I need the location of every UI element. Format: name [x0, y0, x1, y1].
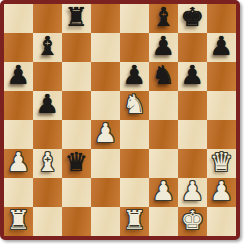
white-bishop-b3[interactable]: ♝: [36, 148, 59, 177]
square-a6[interactable]: ♟: [4, 62, 33, 91]
square-f5[interactable]: [149, 91, 178, 120]
black-knight-f6[interactable]: ♞: [152, 61, 175, 90]
square-a7[interactable]: [4, 33, 33, 62]
square-g4[interactable]: [178, 120, 207, 149]
square-d3[interactable]: [91, 149, 120, 178]
white-pawn-f2[interactable]: ♟: [152, 177, 175, 206]
square-f6[interactable]: ♞: [149, 62, 178, 91]
square-g6[interactable]: ♟: [178, 62, 207, 91]
square-g5[interactable]: [178, 91, 207, 120]
square-d7[interactable]: [91, 33, 120, 62]
chess-board: ♜♝♚♝♟♟♟♟♞♟♟♞♟♟♝♛♛♟♟♟♜♜♚: [0, 0, 240, 240]
square-e4[interactable]: [120, 120, 149, 149]
white-pawn-a3[interactable]: ♟: [7, 148, 30, 177]
square-e1[interactable]: ♜: [120, 207, 149, 236]
square-c7[interactable]: [62, 33, 91, 62]
white-knight-e5[interactable]: ♞: [123, 90, 146, 119]
square-e2[interactable]: [120, 178, 149, 207]
square-h8[interactable]: [207, 4, 236, 33]
square-d2[interactable]: [91, 178, 120, 207]
white-pawn-d4[interactable]: ♟: [94, 119, 117, 148]
page: ♜♝♚♝♟♟♟♟♞♟♟♞♟♟♝♛♛♟♟♟♜♜♚: [0, 0, 244, 244]
black-pawn-g6[interactable]: ♟: [181, 61, 204, 90]
square-f4[interactable]: [149, 120, 178, 149]
black-queen-c3[interactable]: ♛: [65, 148, 88, 177]
square-g3[interactable]: [178, 149, 207, 178]
square-g8[interactable]: ♚: [178, 4, 207, 33]
square-c1[interactable]: [62, 207, 91, 236]
square-f7[interactable]: ♟: [149, 33, 178, 62]
square-b2[interactable]: [33, 178, 62, 207]
black-pawn-e6[interactable]: ♟: [123, 61, 146, 90]
square-c2[interactable]: [62, 178, 91, 207]
black-king-g8[interactable]: ♚: [181, 3, 204, 32]
square-a2[interactable]: [4, 178, 33, 207]
black-pawn-h7[interactable]: ♟: [210, 32, 233, 61]
black-rook-c8[interactable]: ♜: [65, 3, 88, 32]
square-b1[interactable]: [33, 207, 62, 236]
black-bishop-f8[interactable]: ♝: [152, 3, 175, 32]
square-b6[interactable]: [33, 62, 62, 91]
square-a4[interactable]: [4, 120, 33, 149]
square-h3[interactable]: ♛: [207, 149, 236, 178]
square-e8[interactable]: [120, 4, 149, 33]
square-b4[interactable]: [33, 120, 62, 149]
square-b8[interactable]: [33, 4, 62, 33]
square-d1[interactable]: [91, 207, 120, 236]
square-b7[interactable]: ♝: [33, 33, 62, 62]
square-c3[interactable]: ♛: [62, 149, 91, 178]
square-e7[interactable]: [120, 33, 149, 62]
square-a8[interactable]: [4, 4, 33, 33]
square-h6[interactable]: [207, 62, 236, 91]
white-king-g1[interactable]: ♚: [181, 206, 204, 235]
square-d6[interactable]: [91, 62, 120, 91]
black-pawn-a6[interactable]: ♟: [7, 61, 30, 90]
square-f3[interactable]: [149, 149, 178, 178]
square-c6[interactable]: [62, 62, 91, 91]
white-rook-a1[interactable]: ♜: [7, 206, 30, 235]
square-b5[interactable]: ♟: [33, 91, 62, 120]
square-e5[interactable]: ♞: [120, 91, 149, 120]
black-bishop-b7[interactable]: ♝: [36, 32, 59, 61]
square-e6[interactable]: ♟: [120, 62, 149, 91]
square-h4[interactable]: [207, 120, 236, 149]
square-f1[interactable]: [149, 207, 178, 236]
white-rook-e1[interactable]: ♜: [123, 206, 146, 235]
square-a1[interactable]: ♜: [4, 207, 33, 236]
square-c8[interactable]: ♜: [62, 4, 91, 33]
square-b3[interactable]: ♝: [33, 149, 62, 178]
square-c5[interactable]: [62, 91, 91, 120]
square-f2[interactable]: ♟: [149, 178, 178, 207]
square-h7[interactable]: ♟: [207, 33, 236, 62]
square-g1[interactable]: ♚: [178, 207, 207, 236]
square-d4[interactable]: ♟: [91, 120, 120, 149]
white-queen-h3[interactable]: ♛: [210, 148, 233, 177]
white-pawn-h2[interactable]: ♟: [210, 177, 233, 206]
square-g7[interactable]: [178, 33, 207, 62]
square-e3[interactable]: [120, 149, 149, 178]
black-pawn-b5[interactable]: ♟: [36, 90, 59, 119]
square-h5[interactable]: [207, 91, 236, 120]
black-pawn-f7[interactable]: ♟: [152, 32, 175, 61]
square-f8[interactable]: ♝: [149, 4, 178, 33]
square-a3[interactable]: ♟: [4, 149, 33, 178]
white-pawn-g2[interactable]: ♟: [181, 177, 204, 206]
square-d5[interactable]: [91, 91, 120, 120]
square-d8[interactable]: [91, 4, 120, 33]
square-a5[interactable]: [4, 91, 33, 120]
square-g2[interactable]: ♟: [178, 178, 207, 207]
square-h1[interactable]: [207, 207, 236, 236]
square-c4[interactable]: [62, 120, 91, 149]
square-h2[interactable]: ♟: [207, 178, 236, 207]
